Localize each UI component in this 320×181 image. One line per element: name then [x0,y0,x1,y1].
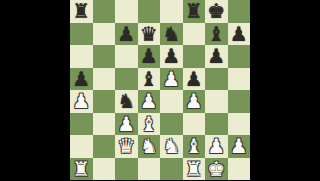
square-e4[interactable] [160,90,183,113]
piece-white-pawn-a4[interactable]: ♟ [72,90,90,112]
piece-black-pawn-a5[interactable]: ♟ [72,68,90,90]
square-h7[interactable]: ♟ [228,23,251,46]
piece-white-pawn-g2[interactable]: ♟ [207,135,225,157]
square-e2[interactable]: ♞ [160,135,183,158]
square-c4[interactable]: ♞ [115,90,138,113]
square-b3[interactable] [93,113,116,136]
square-a1[interactable]: ♜ [70,158,93,181]
square-d4[interactable]: ♟ [138,90,161,113]
square-f1[interactable]: ♜ [183,158,206,181]
square-b5[interactable] [93,68,116,91]
piece-white-pawn-f4[interactable]: ♟ [185,90,203,112]
square-d6[interactable]: ♟ [138,45,161,68]
square-a7[interactable] [70,23,93,46]
square-f2[interactable]: ♝ [183,135,206,158]
piece-white-pawn-h2[interactable]: ♟ [230,135,248,157]
piece-black-pawn-e6[interactable]: ♟ [162,45,180,67]
square-e7[interactable]: ♞ [160,23,183,46]
square-b4[interactable] [93,90,116,113]
piece-white-knight-d2[interactable]: ♞ [140,135,158,157]
piece-black-bishop-d5[interactable]: ♝ [140,68,158,90]
square-f4[interactable]: ♟ [183,90,206,113]
piece-black-king-g8[interactable]: ♚ [207,0,225,22]
square-e5[interactable]: ♟ [160,68,183,91]
square-g3[interactable] [205,113,228,136]
square-a3[interactable] [70,113,93,136]
square-b2[interactable] [93,135,116,158]
square-f3[interactable] [183,113,206,136]
piece-white-bishop-f2[interactable]: ♝ [185,135,203,157]
square-c1[interactable] [115,158,138,181]
piece-black-bishop-g7[interactable]: ♝ [207,23,225,45]
square-d5[interactable]: ♝ [138,68,161,91]
square-d3[interactable]: ♝ [138,113,161,136]
square-f5[interactable]: ♟ [183,68,206,91]
piece-black-pawn-g6[interactable]: ♟ [207,45,225,67]
piece-white-queen-c2[interactable]: ♛ [117,135,135,157]
square-h2[interactable]: ♟ [228,135,251,158]
square-g5[interactable] [205,68,228,91]
square-g6[interactable]: ♟ [205,45,228,68]
square-b8[interactable] [93,0,116,23]
square-f6[interactable] [183,45,206,68]
square-a4[interactable]: ♟ [70,90,93,113]
piece-white-rook-f1[interactable]: ♜ [185,158,203,180]
square-e1[interactable] [160,158,183,181]
piece-black-pawn-c7[interactable]: ♟ [117,23,135,45]
square-e6[interactable]: ♟ [160,45,183,68]
square-c3[interactable]: ♟ [115,113,138,136]
square-c7[interactable]: ♟ [115,23,138,46]
square-e8[interactable] [160,0,183,23]
square-d1[interactable] [138,158,161,181]
square-a5[interactable]: ♟ [70,68,93,91]
square-f7[interactable] [183,23,206,46]
square-b1[interactable] [93,158,116,181]
square-c2[interactable]: ♛ [115,135,138,158]
square-a2[interactable] [70,135,93,158]
square-c6[interactable] [115,45,138,68]
piece-white-pawn-d4[interactable]: ♟ [140,90,158,112]
square-g8[interactable]: ♚ [205,0,228,23]
piece-black-pawn-f5[interactable]: ♟ [185,68,203,90]
square-d7[interactable]: ♛ [138,23,161,46]
square-h4[interactable] [228,90,251,113]
square-h3[interactable] [228,113,251,136]
square-h6[interactable] [228,45,251,68]
square-h1[interactable] [228,158,251,181]
app-background: ♜♜♚♟♛♞♝♟♟♟♟♟♝♟♟♟♞♟♟♟♝♛♞♞♝♟♟♜♜♚ [0,0,320,180]
square-b6[interactable] [93,45,116,68]
piece-black-knight-e7[interactable]: ♞ [162,23,180,45]
square-g1[interactable]: ♚ [205,158,228,181]
piece-white-pawn-c3[interactable]: ♟ [117,113,135,135]
square-a8[interactable]: ♜ [70,0,93,23]
piece-white-knight-e2[interactable]: ♞ [162,135,180,157]
piece-black-knight-c4[interactable]: ♞ [117,90,135,112]
square-b7[interactable] [93,23,116,46]
square-c8[interactable] [115,0,138,23]
piece-black-queen-d7[interactable]: ♛ [140,23,158,45]
piece-white-bishop-d3[interactable]: ♝ [140,113,158,135]
square-d2[interactable]: ♞ [138,135,161,158]
square-e3[interactable] [160,113,183,136]
piece-white-king-g1[interactable]: ♚ [207,158,225,180]
square-c5[interactable] [115,68,138,91]
piece-black-pawn-d6[interactable]: ♟ [140,45,158,67]
square-g2[interactable]: ♟ [205,135,228,158]
piece-black-pawn-h7[interactable]: ♟ [230,23,248,45]
chess-board: ♜♜♚♟♛♞♝♟♟♟♟♟♝♟♟♟♞♟♟♟♝♛♞♞♝♟♟♜♜♚ [70,0,250,180]
square-g4[interactable] [205,90,228,113]
square-a6[interactable] [70,45,93,68]
square-h5[interactable] [228,68,251,91]
square-g7[interactable]: ♝ [205,23,228,46]
square-h8[interactable] [228,0,251,23]
square-f8[interactable]: ♜ [183,0,206,23]
piece-black-rook-f8[interactable]: ♜ [185,0,203,22]
square-d8[interactable] [138,0,161,23]
piece-white-rook-a1[interactable]: ♜ [72,158,90,180]
piece-black-rook-a8[interactable]: ♜ [72,0,90,22]
piece-white-pawn-e5[interactable]: ♟ [162,68,180,90]
